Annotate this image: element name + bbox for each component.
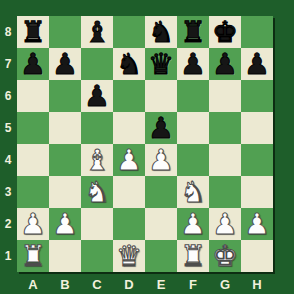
piece-white-bishop[interactable]: ♝	[84, 144, 110, 176]
square-e1[interactable]	[145, 240, 177, 272]
square-b6[interactable]	[49, 80, 81, 112]
square-c4[interactable]: ♝	[81, 144, 113, 176]
chess-diagram: ♜♝♞♜♚♟♟♞♛♟♟♟♟♟♝♟♟♞♞♟♟♟♟♟♜♛♜♚ 87654321 AB…	[0, 0, 294, 294]
square-a6[interactable]	[17, 80, 49, 112]
rank-label-5: 5	[0, 112, 16, 144]
piece-black-pawn[interactable]: ♟	[180, 48, 206, 80]
square-e5[interactable]: ♟	[145, 112, 177, 144]
square-h7[interactable]: ♟	[241, 48, 273, 80]
piece-black-pawn[interactable]: ♟	[84, 80, 110, 112]
square-e7[interactable]: ♛	[145, 48, 177, 80]
square-f6[interactable]	[177, 80, 209, 112]
square-f8[interactable]: ♜	[177, 16, 209, 48]
square-g8[interactable]: ♚	[209, 16, 241, 48]
square-a3[interactable]	[17, 176, 49, 208]
square-c1[interactable]	[81, 240, 113, 272]
file-label-d: D	[113, 276, 145, 292]
square-d1[interactable]: ♛	[113, 240, 145, 272]
piece-white-pawn[interactable]: ♟	[116, 144, 142, 176]
file-label-f: F	[177, 276, 209, 292]
square-e4[interactable]: ♟	[145, 144, 177, 176]
piece-white-pawn[interactable]: ♟	[244, 208, 270, 240]
square-b7[interactable]: ♟	[49, 48, 81, 80]
square-d6[interactable]	[113, 80, 145, 112]
piece-black-pawn[interactable]: ♟	[244, 48, 270, 80]
square-b5[interactable]	[49, 112, 81, 144]
square-g2[interactable]: ♟	[209, 208, 241, 240]
rank-label-6: 6	[0, 80, 16, 112]
square-d3[interactable]	[113, 176, 145, 208]
file-label-c: C	[81, 276, 113, 292]
square-h8[interactable]	[241, 16, 273, 48]
square-g4[interactable]	[209, 144, 241, 176]
square-d2[interactable]	[113, 208, 145, 240]
square-e3[interactable]	[145, 176, 177, 208]
square-d5[interactable]	[113, 112, 145, 144]
square-c5[interactable]	[81, 112, 113, 144]
square-a1[interactable]: ♜	[17, 240, 49, 272]
square-b8[interactable]	[49, 16, 81, 48]
square-a2[interactable]: ♟	[17, 208, 49, 240]
piece-black-pawn[interactable]: ♟	[148, 112, 174, 144]
square-h3[interactable]	[241, 176, 273, 208]
square-d4[interactable]: ♟	[113, 144, 145, 176]
rank-label-3: 3	[0, 176, 16, 208]
piece-black-pawn[interactable]: ♟	[212, 48, 238, 80]
piece-white-rook[interactable]: ♜	[20, 240, 46, 272]
square-a8[interactable]: ♜	[17, 16, 49, 48]
piece-white-queen[interactable]: ♛	[116, 240, 142, 272]
square-d7[interactable]: ♞	[113, 48, 145, 80]
square-c3[interactable]: ♞	[81, 176, 113, 208]
file-label-b: B	[49, 276, 81, 292]
square-f2[interactable]: ♟	[177, 208, 209, 240]
square-e8[interactable]: ♞	[145, 16, 177, 48]
square-b4[interactable]	[49, 144, 81, 176]
square-d8[interactable]	[113, 16, 145, 48]
piece-white-rook[interactable]: ♜	[180, 240, 206, 272]
piece-white-knight[interactable]: ♞	[180, 176, 206, 208]
piece-black-queen[interactable]: ♛	[148, 48, 174, 80]
square-h1[interactable]	[241, 240, 273, 272]
piece-white-pawn[interactable]: ♟	[148, 144, 174, 176]
square-b1[interactable]	[49, 240, 81, 272]
square-f5[interactable]	[177, 112, 209, 144]
square-c7[interactable]	[81, 48, 113, 80]
piece-white-pawn[interactable]: ♟	[180, 208, 206, 240]
square-e6[interactable]	[145, 80, 177, 112]
square-h4[interactable]	[241, 144, 273, 176]
square-g3[interactable]	[209, 176, 241, 208]
square-h5[interactable]	[241, 112, 273, 144]
square-g7[interactable]: ♟	[209, 48, 241, 80]
piece-black-pawn[interactable]: ♟	[20, 48, 46, 80]
file-label-e: E	[145, 276, 177, 292]
square-f3[interactable]: ♞	[177, 176, 209, 208]
piece-black-king[interactable]: ♚	[212, 16, 238, 48]
square-a7[interactable]: ♟	[17, 48, 49, 80]
rank-label-4: 4	[0, 144, 16, 176]
square-g5[interactable]	[209, 112, 241, 144]
piece-white-pawn[interactable]: ♟	[20, 208, 46, 240]
square-a4[interactable]	[17, 144, 49, 176]
piece-white-pawn[interactable]: ♟	[212, 208, 238, 240]
square-e2[interactable]	[145, 208, 177, 240]
square-f1[interactable]: ♜	[177, 240, 209, 272]
piece-white-knight[interactable]: ♞	[84, 176, 110, 208]
file-label-h: H	[241, 276, 273, 292]
square-b3[interactable]	[49, 176, 81, 208]
square-h6[interactable]	[241, 80, 273, 112]
square-f4[interactable]	[177, 144, 209, 176]
square-g1[interactable]: ♚	[209, 240, 241, 272]
file-label-g: G	[209, 276, 241, 292]
rank-label-7: 7	[0, 48, 16, 80]
rank-label-1: 1	[0, 240, 16, 272]
piece-black-knight[interactable]: ♞	[148, 16, 174, 48]
square-b2[interactable]: ♟	[49, 208, 81, 240]
piece-black-rook[interactable]: ♜	[180, 16, 206, 48]
piece-black-bishop[interactable]: ♝	[84, 16, 110, 48]
piece-black-knight[interactable]: ♞	[116, 48, 142, 80]
square-a5[interactable]	[17, 112, 49, 144]
square-g6[interactable]	[209, 80, 241, 112]
square-c2[interactable]	[81, 208, 113, 240]
square-c8[interactable]: ♝	[81, 16, 113, 48]
piece-white-king[interactable]: ♚	[212, 240, 238, 272]
piece-black-rook[interactable]: ♜	[20, 16, 46, 48]
rank-label-2: 2	[0, 208, 16, 240]
square-h2[interactable]: ♟	[241, 208, 273, 240]
piece-black-pawn[interactable]: ♟	[52, 48, 78, 80]
rank-label-8: 8	[0, 16, 16, 48]
piece-white-pawn[interactable]: ♟	[52, 208, 78, 240]
square-f7[interactable]: ♟	[177, 48, 209, 80]
chess-board: ♜♝♞♜♚♟♟♞♛♟♟♟♟♟♝♟♟♞♞♟♟♟♟♟♜♛♜♚	[17, 16, 273, 272]
square-c6[interactable]: ♟	[81, 80, 113, 112]
file-label-a: A	[17, 276, 49, 292]
